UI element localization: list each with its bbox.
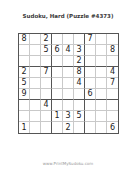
cell-r1c9 [107, 34, 118, 45]
cell-r1c2 [30, 34, 41, 45]
cell-r3c4 [52, 56, 63, 67]
cell-r6c8 [96, 89, 107, 100]
cell-r8c8 [96, 111, 107, 122]
cell-r8c5: 3 [63, 111, 74, 122]
cell-r9c4 [52, 122, 63, 133]
cell-r8c9 [107, 111, 118, 122]
cell-r2c3: 5 [41, 45, 52, 56]
cell-r5c2 [30, 78, 41, 89]
cell-r4c7 [85, 67, 96, 78]
cell-r5c9: 7 [107, 78, 118, 89]
cell-r1c3: 2 [41, 34, 52, 45]
cell-r4c4 [52, 67, 63, 78]
cell-r9c6 [74, 122, 85, 133]
cell-r5c1: 5 [19, 78, 30, 89]
cell-r6c2 [30, 89, 41, 100]
cell-r4c3: 7 [41, 67, 52, 78]
cell-r5c4 [52, 78, 63, 89]
cell-r9c9: 6 [107, 122, 118, 133]
cell-r4c6: 8 [74, 67, 85, 78]
cell-r8c6: 5 [74, 111, 85, 122]
cell-r7c5 [63, 100, 74, 111]
cell-r1c1: 8 [19, 34, 30, 45]
cell-r1c7: 7 [85, 34, 96, 45]
cell-r7c8 [96, 100, 107, 111]
cell-r9c3 [41, 122, 52, 133]
cell-r7c1 [19, 100, 30, 111]
cell-r1c8 [96, 34, 107, 45]
cell-r3c5 [63, 56, 74, 67]
cell-r6c7: 6 [85, 89, 96, 100]
cell-r5c8 [96, 78, 107, 89]
cell-r8c2 [30, 111, 41, 122]
cell-r9c5: 2 [63, 122, 74, 133]
footer-url: www.PrintMySudoku.com [0, 161, 136, 166]
cell-r4c8 [96, 67, 107, 78]
cell-r7c3: 4 [41, 100, 52, 111]
cell-r4c5 [63, 67, 74, 78]
cell-r6c3 [41, 89, 52, 100]
cell-r5c7 [85, 78, 96, 89]
cell-r6c9 [107, 89, 118, 100]
cell-r3c6: 2 [74, 56, 85, 67]
cell-r2c8 [96, 45, 107, 56]
page-title: Sudoku, Hard (Puzzle #4373) [0, 13, 136, 19]
cell-r7c9 [107, 100, 118, 111]
cell-r2c7 [85, 45, 96, 56]
cell-r1c6 [74, 34, 85, 45]
cell-r9c1: 1 [19, 122, 30, 133]
cell-r3c8 [96, 56, 107, 67]
cell-r6c5 [63, 89, 74, 100]
cell-r7c7 [85, 100, 96, 111]
cell-r5c3 [41, 78, 52, 89]
cell-r4c9: 4 [107, 67, 118, 78]
cell-r9c7 [85, 122, 96, 133]
cell-r6c4 [52, 89, 63, 100]
cell-r2c1 [19, 45, 30, 56]
cell-r4c2 [30, 67, 41, 78]
cell-r5c5 [63, 78, 74, 89]
cell-r7c4 [52, 100, 63, 111]
cell-r2c6: 3 [74, 45, 85, 56]
cell-r6c1: 9 [19, 89, 30, 100]
sudoku-board: 8275643822784547964135126 [18, 33, 119, 134]
cell-r2c9: 8 [107, 45, 118, 56]
cell-r6c6 [74, 89, 85, 100]
cell-r4c1: 2 [19, 67, 30, 78]
cell-r2c5: 4 [63, 45, 74, 56]
cell-r3c7 [85, 56, 96, 67]
cell-r9c8 [96, 122, 107, 133]
cell-r3c1 [19, 56, 30, 67]
cell-r9c2 [30, 122, 41, 133]
cell-r3c3 [41, 56, 52, 67]
cell-r8c1 [19, 111, 30, 122]
cell-r7c6 [74, 100, 85, 111]
cell-r7c2 [30, 100, 41, 111]
cell-r1c4 [52, 34, 63, 45]
cell-r5c6: 4 [74, 78, 85, 89]
cell-r2c2 [30, 45, 41, 56]
cell-r1c5 [63, 34, 74, 45]
cell-r3c2 [30, 56, 41, 67]
cell-r8c4: 1 [52, 111, 63, 122]
cell-r8c3 [41, 111, 52, 122]
cell-r8c7 [85, 111, 96, 122]
cell-r3c9 [107, 56, 118, 67]
cell-r2c4: 6 [52, 45, 63, 56]
